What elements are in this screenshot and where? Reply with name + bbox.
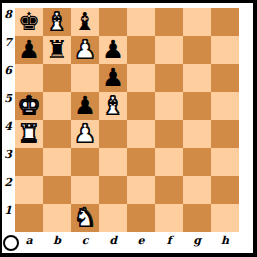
square-b2[interactable] [43,176,71,204]
square-b8[interactable]: ♝ [43,8,71,36]
square-d7[interactable]: ♟ [99,36,127,64]
square-d1[interactable] [99,204,127,232]
square-c2[interactable] [71,176,99,204]
square-g3[interactable] [183,148,211,176]
square-a3[interactable] [15,148,43,176]
square-b3[interactable] [43,148,71,176]
square-b5[interactable] [43,92,71,120]
black-pawn-a7[interactable]: ♟ [15,36,43,64]
square-g1[interactable] [183,204,211,232]
white-pawn-c4[interactable]: ♟ [71,120,99,148]
file-label-d: d [99,234,127,250]
square-e7[interactable] [127,36,155,64]
square-c1[interactable]: ♞ [71,204,99,232]
chess-diagram: 87654321 ♚♝♝♟♜♟♟♟♚♟♝♜♟♞ abcdefgh [0,0,257,257]
square-f8[interactable] [155,8,183,36]
file-labels: abcdefgh [15,234,239,250]
file-label-b: b [43,234,71,250]
white-knight-c1[interactable]: ♞ [71,204,99,232]
white-bishop-d5[interactable]: ♝ [99,92,127,120]
rank-label-8: 8 [2,8,14,36]
square-g2[interactable] [183,176,211,204]
square-a2[interactable] [15,176,43,204]
file-label-a: a [15,234,43,250]
square-d3[interactable] [99,148,127,176]
square-f3[interactable] [155,148,183,176]
chess-board: ♚♝♝♟♜♟♟♟♚♟♝♜♟♞ [15,8,239,232]
square-a4[interactable]: ♜ [15,120,43,148]
rank-label-5: 5 [2,92,14,120]
square-c3[interactable] [71,148,99,176]
rank-label-1: 1 [2,204,14,232]
square-f5[interactable] [155,92,183,120]
square-d6[interactable]: ♟ [99,64,127,92]
square-g4[interactable] [183,120,211,148]
square-b1[interactable] [43,204,71,232]
rank-label-6: 6 [2,64,14,92]
square-e3[interactable] [127,148,155,176]
white-king-a5[interactable]: ♚ [15,92,43,120]
square-h2[interactable] [211,176,239,204]
file-label-h: h [211,234,239,250]
rank-label-4: 4 [2,120,14,148]
square-c8[interactable]: ♝ [71,8,99,36]
rank-labels: 87654321 [2,8,15,232]
square-f4[interactable] [155,120,183,148]
black-bishop-c8[interactable]: ♝ [71,8,99,36]
white-bishop-b8[interactable]: ♝ [43,8,71,36]
square-d2[interactable] [99,176,127,204]
square-g6[interactable] [183,64,211,92]
white-pawn-c7[interactable]: ♟ [71,36,99,64]
square-c4[interactable]: ♟ [71,120,99,148]
square-g8[interactable] [183,8,211,36]
square-h4[interactable] [211,120,239,148]
square-e2[interactable] [127,176,155,204]
square-h3[interactable] [211,148,239,176]
file-label-g: g [183,234,211,250]
black-pawn-d6[interactable]: ♟ [99,64,127,92]
square-e5[interactable] [127,92,155,120]
square-h8[interactable] [211,8,239,36]
black-rook-b7[interactable]: ♜ [43,36,71,64]
square-b4[interactable] [43,120,71,148]
rank-label-7: 7 [2,36,14,64]
square-c7[interactable]: ♟ [71,36,99,64]
square-a8[interactable]: ♚ [15,8,43,36]
rank-label-2: 2 [2,176,14,204]
square-f7[interactable] [155,36,183,64]
square-d5[interactable]: ♝ [99,92,127,120]
square-a5[interactable]: ♚ [15,92,43,120]
square-g7[interactable] [183,36,211,64]
square-h5[interactable] [211,92,239,120]
file-label-e: e [127,234,155,250]
square-e1[interactable] [127,204,155,232]
square-f2[interactable] [155,176,183,204]
square-d8[interactable] [99,8,127,36]
square-a6[interactable] [15,64,43,92]
square-f1[interactable] [155,204,183,232]
square-e8[interactable] [127,8,155,36]
black-king-a8[interactable]: ♚ [15,8,43,36]
square-c6[interactable] [71,64,99,92]
square-h1[interactable] [211,204,239,232]
side-to-move-indicator [3,235,19,251]
square-b7[interactable]: ♜ [43,36,71,64]
black-pawn-c5[interactable]: ♟ [71,92,99,120]
white-rook-a4[interactable]: ♜ [15,120,43,148]
square-d4[interactable] [99,120,127,148]
rank-label-3: 3 [2,148,14,176]
square-c5[interactable]: ♟ [71,92,99,120]
black-pawn-d7[interactable]: ♟ [99,36,127,64]
file-label-f: f [155,234,183,250]
square-e4[interactable] [127,120,155,148]
square-b6[interactable] [43,64,71,92]
square-e6[interactable] [127,64,155,92]
file-label-c: c [71,234,99,250]
square-h7[interactable] [211,36,239,64]
square-a1[interactable] [15,204,43,232]
square-f6[interactable] [155,64,183,92]
square-h6[interactable] [211,64,239,92]
square-a7[interactable]: ♟ [15,36,43,64]
square-g5[interactable] [183,92,211,120]
